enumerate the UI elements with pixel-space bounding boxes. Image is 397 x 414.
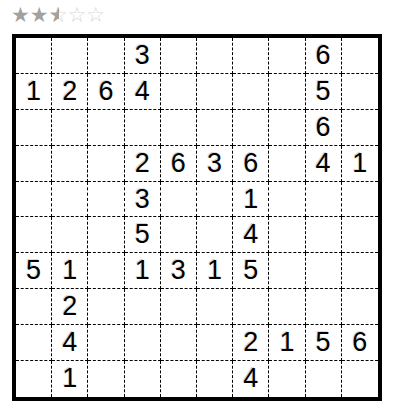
cell-r6c2[interactable] [52,217,88,253]
difficulty-rating: ★★☆★☆☆ [11,2,105,28]
cell-r4c5-given: 6 [161,146,197,182]
cell-r1c5[interactable] [161,38,197,74]
cell-r9c9-given: 5 [306,325,342,361]
cell-r5c2[interactable] [52,182,88,218]
cell-r7c3[interactable] [88,253,124,289]
cell-r10c1[interactable] [16,361,52,397]
cell-r3c1[interactable] [16,110,52,146]
cell-r7c1-given: 5 [16,253,52,289]
cell-r2c3-given: 6 [88,74,124,110]
cell-r1c8[interactable] [269,38,305,74]
cell-r10c10[interactable] [342,361,378,397]
cell-r3c4[interactable] [125,110,161,146]
cell-r7c2-given: 1 [52,253,88,289]
cell-r3c8[interactable] [269,110,305,146]
cell-r8c6[interactable] [197,289,233,325]
cell-r2c4-given: 4 [125,74,161,110]
cell-r3c7[interactable] [233,110,269,146]
cell-r2c7[interactable] [233,74,269,110]
filled-star-icon: ★ [11,3,30,27]
cell-r8c10[interactable] [342,289,378,325]
cell-r4c6-given: 3 [197,146,233,182]
half-star-icon: ☆★ [49,3,68,27]
cell-r7c6-given: 1 [197,253,233,289]
cell-r2c5[interactable] [161,74,197,110]
cell-r2c6[interactable] [197,74,233,110]
cell-r7c8[interactable] [269,253,305,289]
cell-r8c3[interactable] [88,289,124,325]
cell-r8c9[interactable] [306,289,342,325]
cell-r10c7-given: 4 [233,361,269,397]
puzzle-board: 36126456263641315451131524215614 [12,34,382,401]
cell-r3c5[interactable] [161,110,197,146]
cell-r9c7-given: 2 [233,325,269,361]
cell-r9c6[interactable] [197,325,233,361]
cell-r6c7-given: 4 [233,217,269,253]
cell-r8c1[interactable] [16,289,52,325]
cell-r3c3[interactable] [88,110,124,146]
cell-r5c10[interactable] [342,182,378,218]
cell-r5c9[interactable] [306,182,342,218]
cell-r9c10-given: 6 [342,325,378,361]
filled-star-icon: ★ [30,3,49,27]
cell-r5c7-given: 1 [233,182,269,218]
star-half-fill-glyph: ★ [49,3,59,27]
cell-r1c10[interactable] [342,38,378,74]
cell-r5c6[interactable] [197,182,233,218]
cell-r6c8[interactable] [269,217,305,253]
cell-r6c1[interactable] [16,217,52,253]
cell-r5c3[interactable] [88,182,124,218]
cell-r9c5[interactable] [161,325,197,361]
cell-r2c1-given: 1 [16,74,52,110]
cell-r10c9[interactable] [306,361,342,397]
cell-r5c1[interactable] [16,182,52,218]
cell-r7c7-given: 5 [233,253,269,289]
cell-r2c2-given: 2 [52,74,88,110]
cell-r10c3[interactable] [88,361,124,397]
cell-r5c5[interactable] [161,182,197,218]
cell-r1c7[interactable] [233,38,269,74]
cell-r8c4[interactable] [125,289,161,325]
cell-r3c2[interactable] [52,110,88,146]
cell-r9c1[interactable] [16,325,52,361]
cell-r9c4[interactable] [125,325,161,361]
cell-r9c2-given: 4 [52,325,88,361]
cell-r3c10[interactable] [342,110,378,146]
cell-r8c2-given: 2 [52,289,88,325]
cell-r6c10[interactable] [342,217,378,253]
cell-r4c8[interactable] [269,146,305,182]
cell-r10c2-given: 1 [52,361,88,397]
cell-r4c3[interactable] [88,146,124,182]
cell-r6c6[interactable] [197,217,233,253]
cell-r4c1[interactable] [16,146,52,182]
cell-r2c8[interactable] [269,74,305,110]
cell-r2c9-given: 5 [306,74,342,110]
cell-r6c4-given: 5 [125,217,161,253]
cell-r5c8[interactable] [269,182,305,218]
cell-r1c3[interactable] [88,38,124,74]
cell-r1c1[interactable] [16,38,52,74]
cell-r10c8[interactable] [269,361,305,397]
cell-r8c5[interactable] [161,289,197,325]
cell-r6c9[interactable] [306,217,342,253]
cell-r1c9-given: 6 [306,38,342,74]
cell-r3c9-given: 6 [306,110,342,146]
cell-r7c10[interactable] [342,253,378,289]
cell-r8c8[interactable] [269,289,305,325]
cell-r1c6[interactable] [197,38,233,74]
cell-r6c5[interactable] [161,217,197,253]
empty-star-icon: ☆ [86,3,105,27]
cell-r1c4-given: 3 [125,38,161,74]
cell-r2c10[interactable] [342,74,378,110]
cell-r4c4-given: 2 [125,146,161,182]
cell-r4c10-given: 1 [342,146,378,182]
cell-r4c9-given: 4 [306,146,342,182]
cell-r9c8-given: 1 [269,325,305,361]
cell-r8c7[interactable] [233,289,269,325]
cell-r4c7-given: 6 [233,146,269,182]
cell-r7c4-given: 1 [125,253,161,289]
cell-r10c4[interactable] [125,361,161,397]
cell-r10c5[interactable] [161,361,197,397]
cell-r10c6[interactable] [197,361,233,397]
cell-r7c9[interactable] [306,253,342,289]
cell-r3c6[interactable] [197,110,233,146]
cell-r4c2[interactable] [52,146,88,182]
empty-star-icon: ☆ [67,3,86,27]
cell-r9c3[interactable] [88,325,124,361]
cell-r5c4-given: 3 [125,182,161,218]
cell-r1c2[interactable] [52,38,88,74]
cell-r7c5-given: 3 [161,253,197,289]
cell-r6c3[interactable] [88,217,124,253]
